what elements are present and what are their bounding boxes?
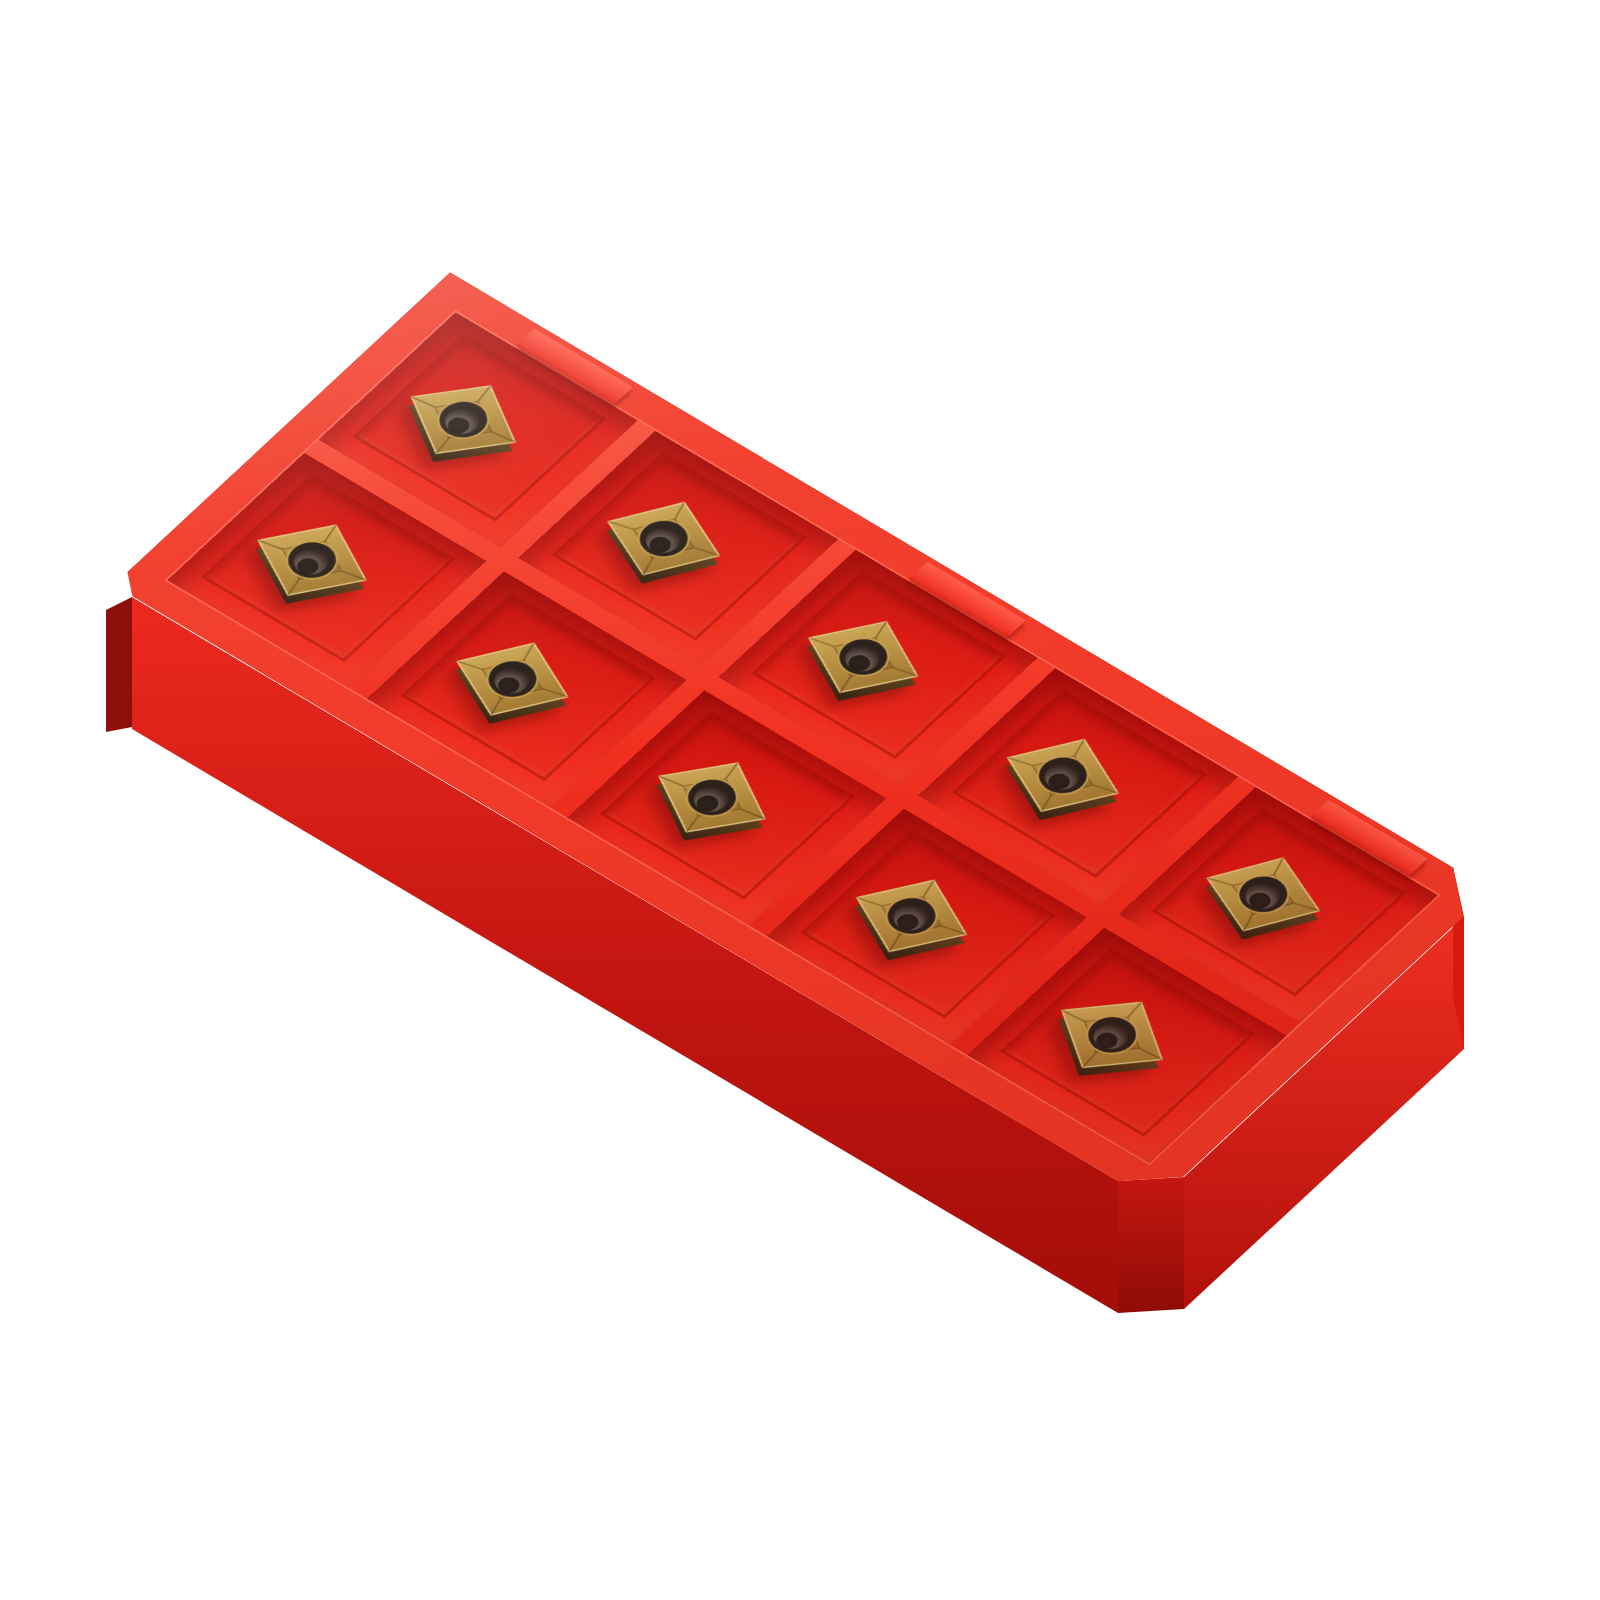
front-left-wall-endcap <box>106 597 132 732</box>
product-photo-scene <box>0 0 1600 1600</box>
south-corner-chamfer <box>1118 1177 1184 1313</box>
